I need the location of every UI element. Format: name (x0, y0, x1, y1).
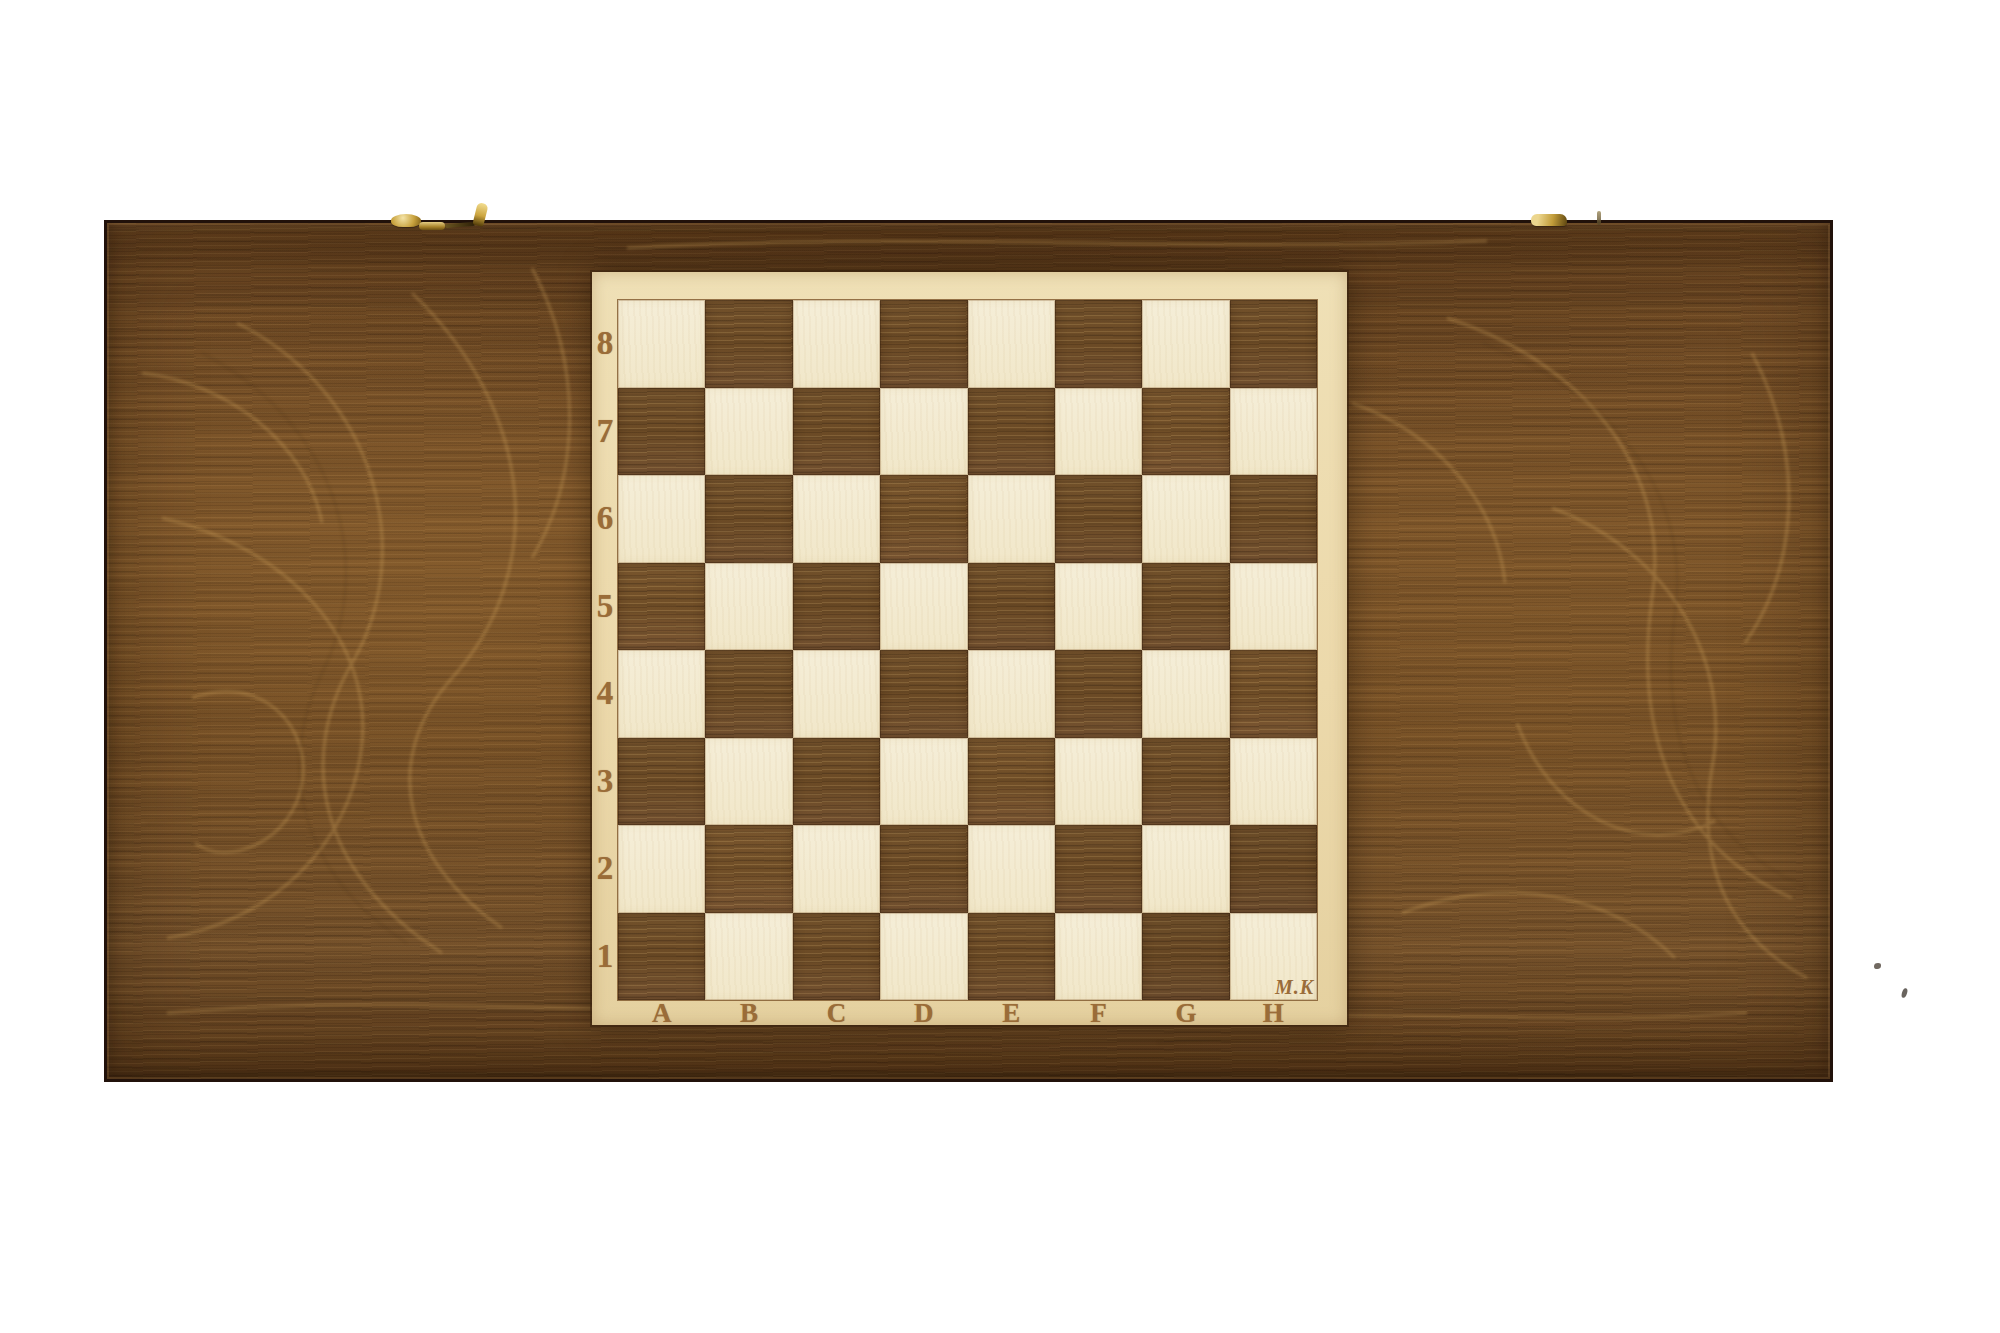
square-d8 (880, 300, 967, 388)
square-a4 (618, 650, 705, 738)
square-c4 (793, 650, 880, 738)
square-h4 (1230, 650, 1317, 738)
square-g5 (1142, 563, 1229, 651)
square-c6 (793, 475, 880, 563)
hinge-pin-icon (1597, 211, 1601, 225)
square-a5 (618, 563, 705, 651)
square-f2 (1055, 825, 1142, 913)
file-label-c: C (793, 1000, 880, 1025)
square-e4 (968, 650, 1055, 738)
square-d7 (880, 388, 967, 476)
square-d6 (880, 475, 967, 563)
rank-label-3: 3 (592, 738, 618, 826)
square-d3 (880, 738, 967, 826)
hinge-pin-icon (472, 202, 488, 227)
square-f4 (1055, 650, 1142, 738)
rank-label-6: 6 (592, 475, 618, 563)
square-a6 (618, 475, 705, 563)
file-labels: ABCDEFGH (618, 1000, 1317, 1025)
square-h5 (1230, 563, 1317, 651)
square-g4 (1142, 650, 1229, 738)
right-hinge (1531, 211, 1621, 229)
square-g2 (1142, 825, 1229, 913)
rank-label-7: 7 (592, 388, 618, 476)
square-f6 (1055, 475, 1142, 563)
square-c2 (793, 825, 880, 913)
chess-board: 87654321 ABCDEFGH M.K (592, 272, 1347, 1025)
square-g3 (1142, 738, 1229, 826)
rank-label-8: 8 (592, 300, 618, 388)
square-b8 (705, 300, 792, 388)
rank-label-5: 5 (592, 563, 618, 651)
square-e6 (968, 475, 1055, 563)
square-e5 (968, 563, 1055, 651)
file-label-f: F (1055, 1000, 1142, 1025)
square-b3 (705, 738, 792, 826)
square-f7 (1055, 388, 1142, 476)
file-label-b: B (705, 1000, 792, 1025)
square-c5 (793, 563, 880, 651)
square-c3 (793, 738, 880, 826)
file-label-g: G (1142, 1000, 1229, 1025)
square-d4 (880, 650, 967, 738)
square-a2 (618, 825, 705, 913)
square-b2 (705, 825, 792, 913)
hinge-plate-icon (1531, 214, 1567, 226)
hinge-knob-icon (391, 214, 421, 227)
square-a3 (618, 738, 705, 826)
square-b7 (705, 388, 792, 476)
rank-label-4: 4 (592, 650, 618, 738)
square-f1 (1055, 913, 1142, 1001)
square-h7 (1230, 388, 1317, 476)
square-d1 (880, 913, 967, 1001)
board-squares (618, 300, 1317, 1000)
square-a1 (618, 913, 705, 1001)
file-label-d: D (880, 1000, 967, 1025)
square-e8 (968, 300, 1055, 388)
square-b5 (705, 563, 792, 651)
square-a8 (618, 300, 705, 388)
square-e3 (968, 738, 1055, 826)
hinge-wire-icon (445, 222, 475, 228)
square-e1 (968, 913, 1055, 1001)
wooden-case: 87654321 ABCDEFGH M.K (104, 220, 1833, 1082)
square-g8 (1142, 300, 1229, 388)
square-f5 (1055, 563, 1142, 651)
rank-label-1: 1 (592, 913, 618, 1001)
dust-speck (1874, 963, 1881, 969)
file-label-h: H (1230, 1000, 1317, 1025)
square-b6 (705, 475, 792, 563)
square-a7 (618, 388, 705, 476)
square-g7 (1142, 388, 1229, 476)
file-label-a: A (618, 1000, 705, 1025)
square-e2 (968, 825, 1055, 913)
square-d2 (880, 825, 967, 913)
photo-background: 87654321 ABCDEFGH M.K (0, 0, 2000, 1333)
square-h6 (1230, 475, 1317, 563)
rank-label-2: 2 (592, 825, 618, 913)
square-b4 (705, 650, 792, 738)
file-label-e: E (968, 1000, 1055, 1025)
square-e7 (968, 388, 1055, 476)
square-d5 (880, 563, 967, 651)
square-c1 (793, 913, 880, 1001)
square-f8 (1055, 300, 1142, 388)
square-h8 (1230, 300, 1317, 388)
square-g1 (1142, 913, 1229, 1001)
square-c7 (793, 388, 880, 476)
square-g6 (1142, 475, 1229, 563)
maker-monogram: M.K (1275, 976, 1314, 999)
square-c8 (793, 300, 880, 388)
square-h3 (1230, 738, 1317, 826)
square-b1 (705, 913, 792, 1001)
left-hinge (387, 196, 497, 228)
dust-speck (1901, 987, 1909, 998)
square-f3 (1055, 738, 1142, 826)
square-h2 (1230, 825, 1317, 913)
hinge-plate-icon (419, 222, 445, 230)
rank-labels: 87654321 (592, 300, 618, 1000)
